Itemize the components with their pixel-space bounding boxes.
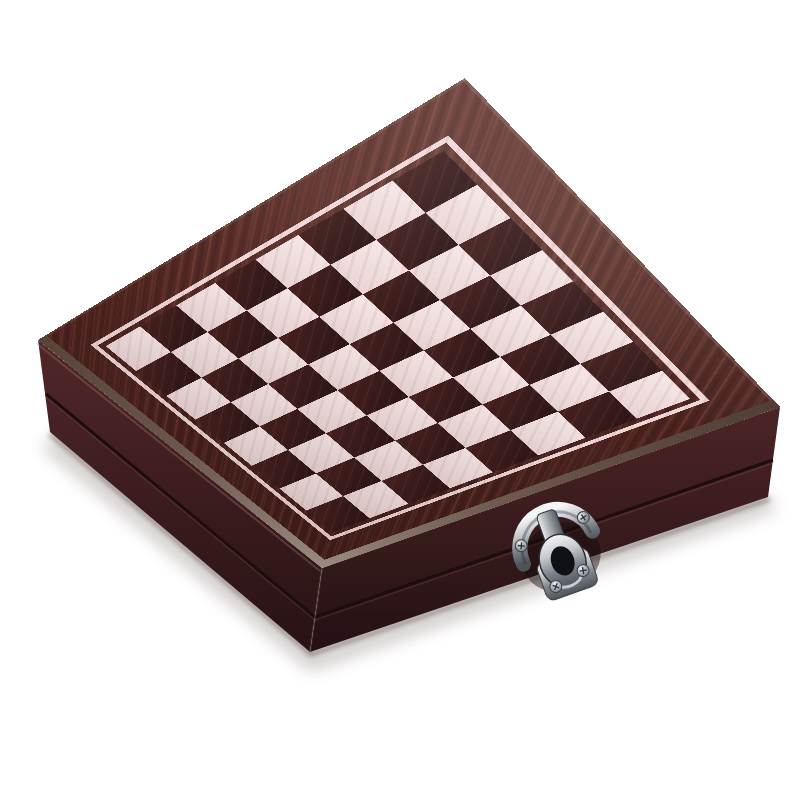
product-photo xyxy=(0,0,800,800)
